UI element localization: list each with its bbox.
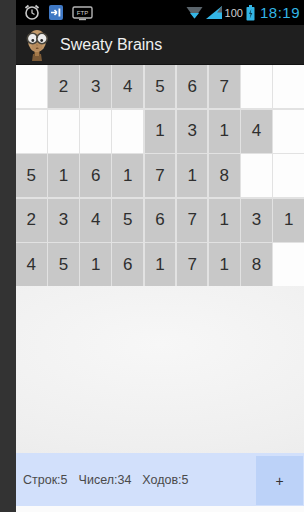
notification-icons: FTP [20,4,93,21]
cell-r1c9[interactable] [273,65,304,108]
cell-r2c7[interactable]: 1 [209,110,240,153]
cell-r4c3[interactable]: 4 [80,199,111,242]
cell-r3c7[interactable]: 8 [209,154,240,197]
phone-screen: FTP 100 [16,0,304,512]
cell-r4c1[interactable]: 2 [16,199,47,242]
ftp-icon-label: FTP [77,10,88,16]
add-numbers-button[interactable]: + [256,456,303,505]
cell-r2c6[interactable]: 3 [177,110,208,153]
status-bar: FTP 100 [16,0,304,25]
cell-r4c2[interactable]: 3 [48,199,79,242]
cell-r5c8[interactable]: 8 [241,243,272,286]
rows-stat: Строк:5 [23,473,68,487]
cell-r5c1[interactable]: 4 [16,243,47,286]
cell-r3c6[interactable]: 1 [177,154,208,197]
cell-r5c7[interactable]: 1 [209,243,240,286]
ftp-icon: FTP [72,5,93,21]
cell-r4c5[interactable]: 6 [145,199,176,242]
game-stats: Строк:5 Чисел:34 Ходов:5 [23,473,189,487]
cell-r1c7[interactable]: 7 [209,65,240,108]
cell-r2c8[interactable]: 4 [241,110,272,153]
cell-r4c6[interactable]: 7 [177,199,208,242]
usb-transfer-icon [49,4,63,21]
cell-r4c8[interactable]: 3 [241,199,272,242]
cell-r2c5[interactable]: 1 [145,110,176,153]
app-avatar-icon [22,28,52,61]
cell-r3c3[interactable]: 6 [80,154,111,197]
action-bar: Sweaty Brains [16,25,304,65]
wifi-icon [186,6,203,19]
cell-r5c3[interactable]: 1 [80,243,111,286]
board-background [16,286,304,453]
puzzle-grid: 2345671314516171823456713145161718 [16,65,304,286]
system-status-icons: 100 18:19 [186,4,300,21]
cell-r2c4[interactable] [112,110,143,153]
cell-r1c2[interactable]: 2 [48,65,79,108]
cell-r3c1[interactable]: 5 [16,154,47,197]
cell-r5c2[interactable]: 5 [48,243,79,286]
cell-r2c2[interactable] [48,110,79,153]
cell-r3c5[interactable]: 7 [145,154,176,197]
battery-charging-icon [246,5,255,21]
cell-r1c4[interactable]: 4 [112,65,143,108]
cell-r1c6[interactable]: 6 [177,65,208,108]
numbers-stat: Чисел:34 [79,473,132,487]
cell-r1c8[interactable] [241,65,272,108]
stats-bar: Строк:5 Чисел:34 Ходов:5 + [16,453,304,506]
cell-r2c1[interactable] [16,110,47,153]
cell-r1c1[interactable] [16,65,47,108]
cell-r5c6[interactable]: 7 [177,243,208,286]
moves-stat: Ходов:5 [142,473,188,487]
cell-r4c9[interactable]: 1 [273,199,304,242]
bottom-strip [16,506,304,512]
cell-r2c3[interactable] [80,110,111,153]
cell-r4c4[interactable]: 5 [112,199,143,242]
cell-r2c9[interactable] [273,110,304,153]
cell-r3c9[interactable] [273,154,304,197]
cell-r5c5[interactable]: 1 [145,243,176,286]
battery-percent: 100 [225,7,243,19]
cell-r3c2[interactable]: 1 [48,154,79,197]
alarm-icon [24,4,40,21]
cell-r5c9[interactable] [273,243,304,286]
signal-icon [206,6,222,19]
app-title: Sweaty Brains [60,36,162,54]
cell-r1c3[interactable]: 3 [80,65,111,108]
cell-r4c7[interactable]: 1 [209,199,240,242]
cell-r3c8[interactable] [241,154,272,197]
cell-r3c4[interactable]: 1 [112,154,143,197]
cell-r1c5[interactable]: 5 [145,65,176,108]
cell-r5c4[interactable]: 6 [112,243,143,286]
clock-text: 18:19 [258,4,300,21]
